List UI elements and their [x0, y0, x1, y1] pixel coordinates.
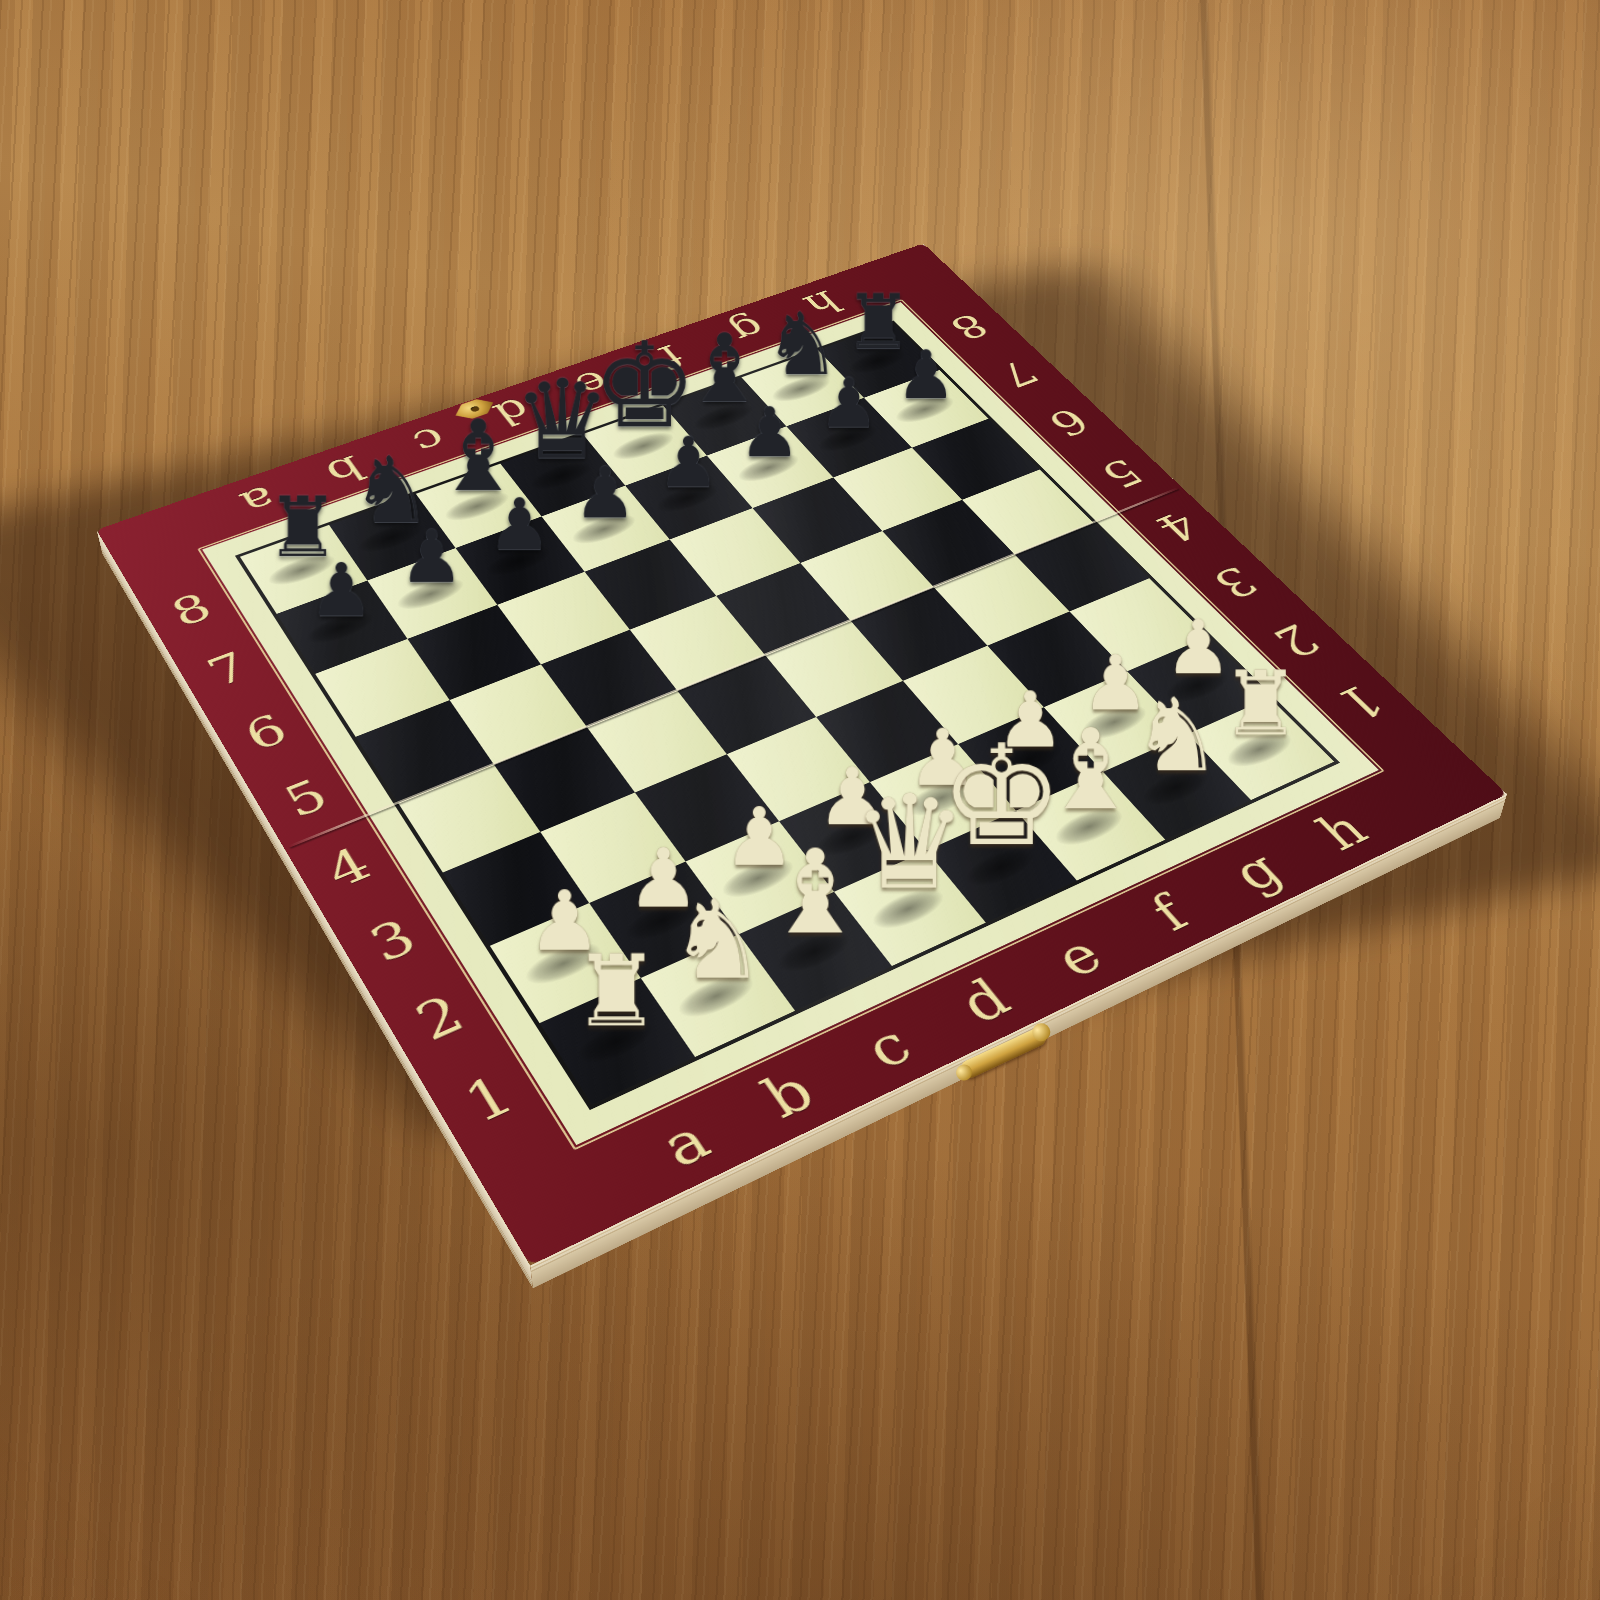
board-face: aabbccddeeffgghh8877665544332211 ♜♞♝♛♚♝♞…	[97, 243, 1508, 1265]
chess-board: aabbccddeeffgghh8877665544332211 ♜♞♝♛♚♝♞…	[97, 243, 1508, 1265]
scene: aabbccddeeffgghh8877665544332211 ♜♞♝♛♚♝♞…	[0, 0, 1600, 1600]
pieces-layer: ♜♞♝♛♚♝♞♜♟♟♟♟♟♟♟♟♟♟♟♟♟♟♟♟♜♞♝♛♚♝♞♜	[97, 243, 1508, 1265]
white-rook-glyph: ♜	[530, 881, 703, 1040]
